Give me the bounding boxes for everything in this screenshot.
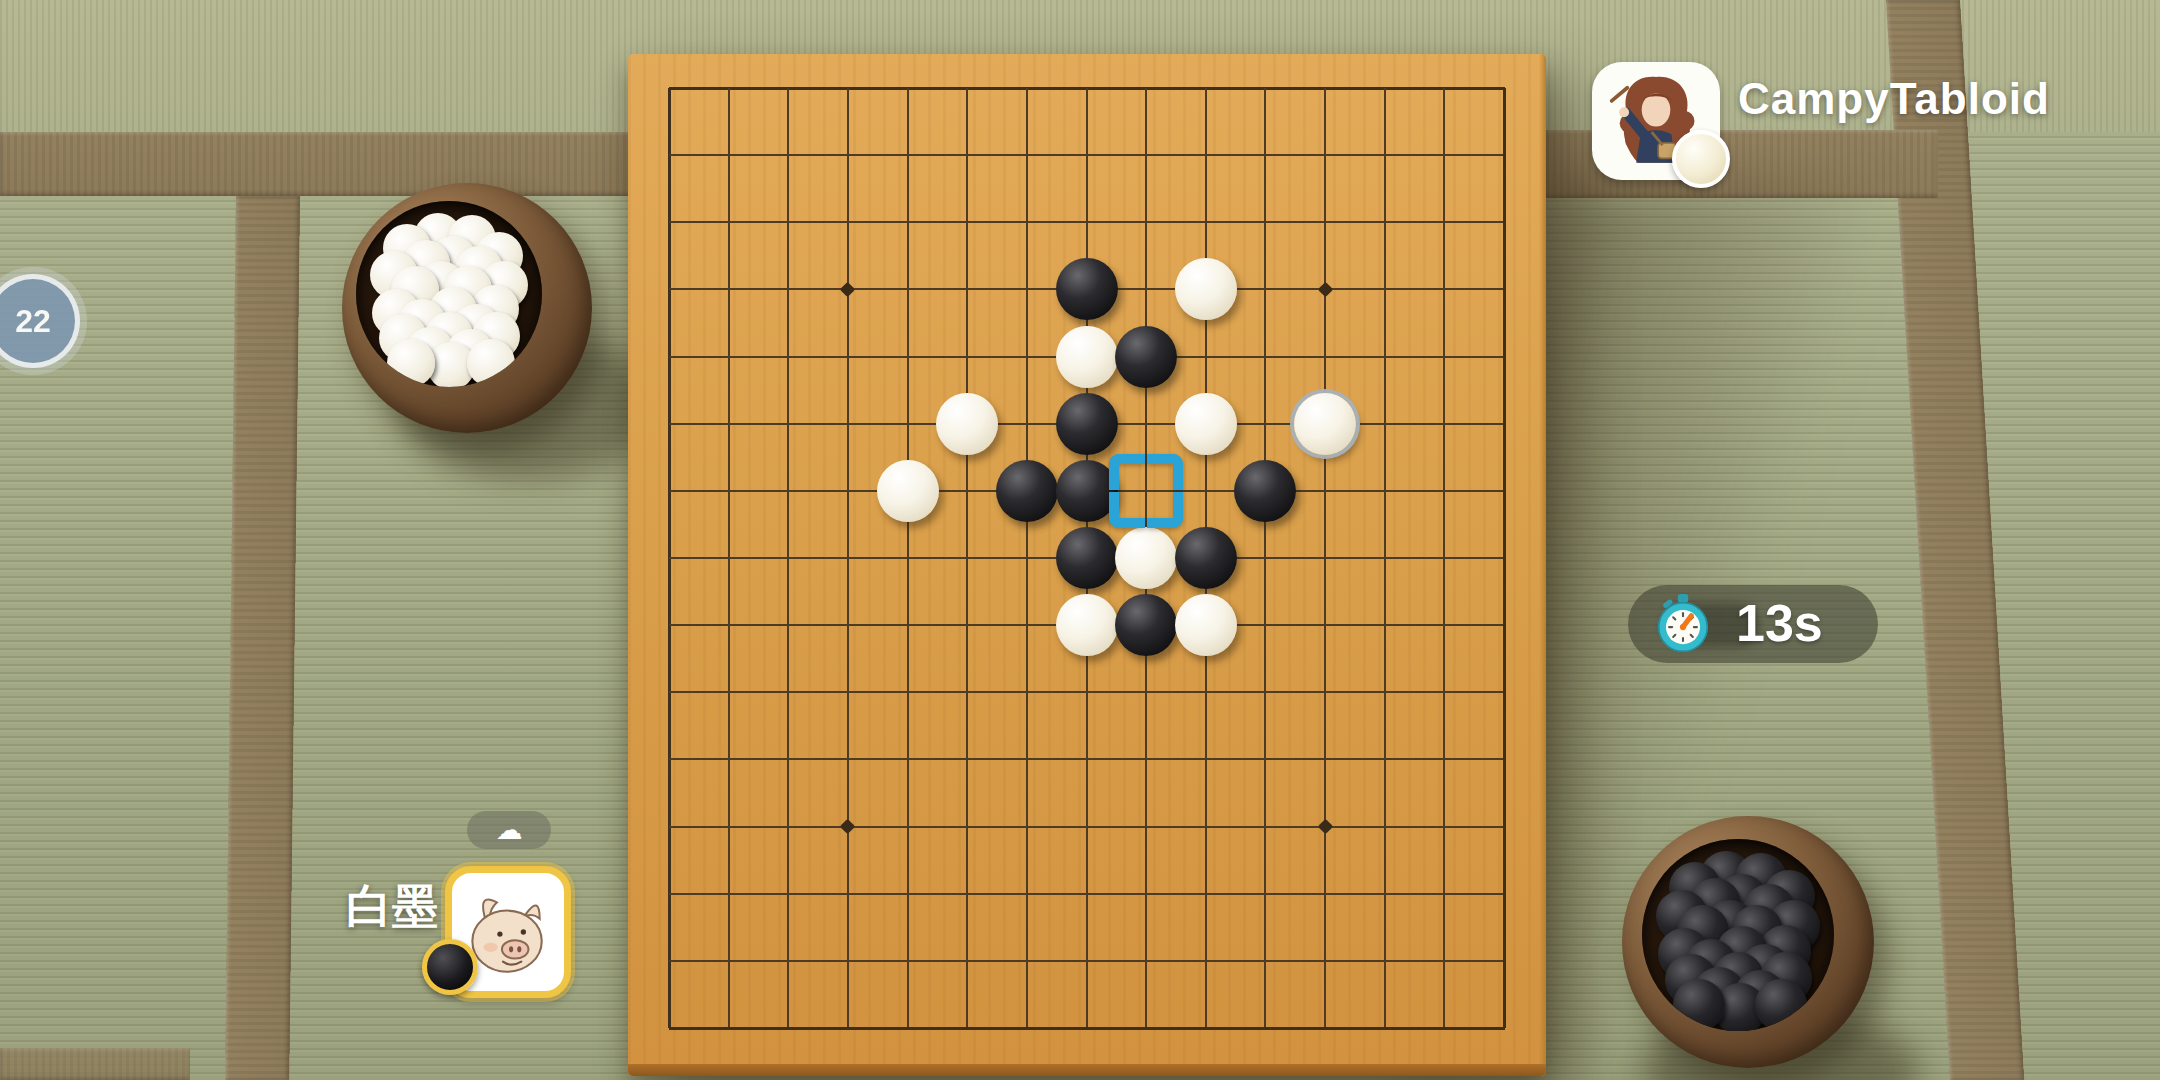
black-stone bbox=[1056, 258, 1118, 320]
white-stone bbox=[1056, 326, 1118, 388]
gomoku-board[interactable] bbox=[628, 54, 1546, 1076]
grid-line-horizontal bbox=[669, 691, 1505, 693]
game-screen: CampyTabloid 13s ☁ bbox=[0, 0, 2160, 1080]
grid-line-vertical bbox=[1324, 88, 1326, 1028]
move-cursor bbox=[1109, 454, 1183, 528]
white-stone-bowl-interior bbox=[356, 201, 542, 387]
edge-counter-value: 22 bbox=[15, 303, 51, 339]
tatami-border-horizontal-left bbox=[0, 132, 632, 196]
black-stone bbox=[1115, 326, 1177, 388]
black-stone bbox=[996, 460, 1058, 522]
black-stone bbox=[1115, 594, 1177, 656]
star-point bbox=[1317, 282, 1333, 298]
black-stone bbox=[1175, 527, 1237, 589]
star-point bbox=[1317, 819, 1333, 835]
board-side-face-bottom bbox=[628, 1064, 1546, 1076]
board-side-face-right bbox=[1539, 54, 1546, 1076]
grid-line-vertical bbox=[1384, 88, 1386, 1028]
white-stone bbox=[1175, 594, 1237, 656]
stopwatch-icon bbox=[1652, 593, 1714, 655]
black-stone bbox=[1056, 527, 1118, 589]
cloud-icon: ☁ bbox=[496, 815, 523, 845]
grid-line-horizontal bbox=[669, 1027, 1505, 1030]
grid-line-horizontal bbox=[669, 758, 1505, 760]
timer-value: 13s bbox=[1736, 593, 1823, 653]
grid-line-horizontal bbox=[669, 893, 1505, 895]
grid-line-vertical bbox=[1264, 88, 1266, 1028]
tatami-border-vertical-left bbox=[225, 196, 300, 1080]
white-stone-bowl bbox=[342, 183, 592, 433]
black-bowl-stone bbox=[1755, 979, 1807, 1031]
star-point bbox=[840, 819, 856, 835]
chat-bubble-button[interactable]: ☁ bbox=[467, 811, 551, 849]
self-avatar-card[interactable] bbox=[445, 866, 571, 998]
white-stone bbox=[877, 460, 939, 522]
board-grid bbox=[669, 88, 1505, 1028]
opponent-avatar-card[interactable] bbox=[1592, 62, 1720, 180]
white-bowl-stone bbox=[467, 339, 515, 387]
white-stone bbox=[1056, 594, 1118, 656]
white-stone bbox=[1175, 258, 1237, 320]
tatami-border-bottom-left bbox=[0, 1048, 190, 1080]
white-bowl-stone bbox=[387, 339, 435, 387]
black-stone-bowl-interior bbox=[1642, 839, 1834, 1031]
black-stone bbox=[1234, 460, 1296, 522]
opponent-name: CampyTabloid bbox=[1738, 74, 2050, 124]
grid-line-horizontal bbox=[669, 960, 1505, 962]
white-stone bbox=[1115, 527, 1177, 589]
white-stone bbox=[1294, 393, 1356, 455]
self-name: 白墨 bbox=[300, 876, 438, 938]
grid-line-vertical bbox=[1443, 88, 1445, 1028]
star-point bbox=[840, 282, 856, 298]
grid-line-vertical bbox=[1503, 88, 1506, 1028]
opponent-stone-color-badge bbox=[1672, 130, 1730, 188]
black-stone-bowl bbox=[1622, 816, 1874, 1068]
black-bowl-stone bbox=[1673, 979, 1725, 1031]
self-stone-color-badge bbox=[422, 939, 478, 995]
black-stone bbox=[1056, 393, 1118, 455]
grid-line-horizontal bbox=[669, 826, 1505, 828]
turn-timer: 13s bbox=[1628, 585, 1878, 663]
white-stone bbox=[936, 393, 998, 455]
white-stone bbox=[1175, 393, 1237, 455]
